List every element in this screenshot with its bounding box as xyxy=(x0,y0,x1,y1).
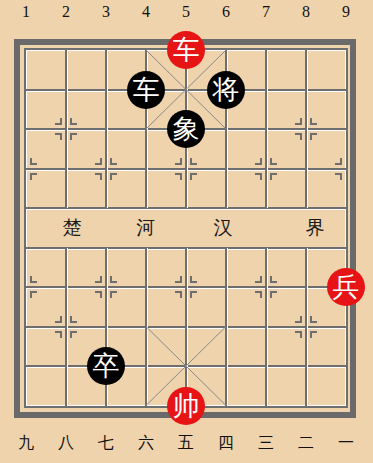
piece-black-chariot[interactable]: 车 xyxy=(127,71,165,109)
position-marker xyxy=(95,173,102,180)
position-marker xyxy=(30,276,37,283)
file-label-top-8: 8 xyxy=(295,3,317,21)
position-marker xyxy=(295,316,302,323)
position-marker xyxy=(270,291,277,298)
position-marker xyxy=(310,331,317,338)
piece-red-chariot[interactable]: 车 xyxy=(167,31,205,69)
position-marker xyxy=(270,276,277,283)
position-marker xyxy=(190,158,197,165)
position-marker xyxy=(70,118,77,125)
file-label-bottom-3: 七 xyxy=(95,433,117,454)
position-marker xyxy=(175,173,182,180)
position-marker xyxy=(55,118,62,125)
position-marker xyxy=(190,173,197,180)
position-marker xyxy=(55,316,62,323)
file-label-bottom-1: 九 xyxy=(15,433,37,454)
position-marker xyxy=(55,133,62,140)
grid-vline xyxy=(305,248,307,406)
river-char-4: 界 xyxy=(302,217,328,239)
position-marker xyxy=(110,158,117,165)
grid-vline xyxy=(105,50,107,208)
position-marker xyxy=(270,173,277,180)
position-marker xyxy=(70,316,77,323)
position-marker xyxy=(310,316,317,323)
position-marker xyxy=(255,291,262,298)
position-marker xyxy=(190,291,197,298)
position-marker xyxy=(175,291,182,298)
river-char-2: 河 xyxy=(133,217,159,239)
grid-vline xyxy=(305,50,307,208)
position-marker xyxy=(255,173,262,180)
river-char-1: 楚 xyxy=(59,217,85,239)
position-marker xyxy=(30,158,37,165)
position-marker xyxy=(110,173,117,180)
file-label-bottom-2: 八 xyxy=(55,433,77,454)
piece-black-soldier[interactable]: 卒 xyxy=(87,347,125,385)
file-label-top-6: 6 xyxy=(215,3,237,21)
position-marker xyxy=(310,118,317,125)
file-label-bottom-7: 三 xyxy=(255,433,277,454)
file-label-bottom-4: 六 xyxy=(135,433,157,454)
piece-black-general[interactable]: 将 xyxy=(207,71,245,109)
position-marker xyxy=(30,291,37,298)
grid-vline xyxy=(265,50,267,208)
position-marker xyxy=(295,331,302,338)
position-marker xyxy=(110,276,117,283)
piece-black-elephant[interactable]: 象 xyxy=(167,110,205,148)
position-marker xyxy=(55,331,62,338)
position-marker xyxy=(70,331,77,338)
grid-vline xyxy=(265,248,267,406)
file-label-bottom-8: 二 xyxy=(295,433,317,454)
file-label-bottom-6: 四 xyxy=(215,433,237,454)
piece-red-general[interactable]: 帅 xyxy=(167,387,205,425)
position-marker xyxy=(30,173,37,180)
position-marker xyxy=(295,118,302,125)
position-marker xyxy=(335,173,342,180)
position-marker xyxy=(110,291,117,298)
position-marker xyxy=(255,158,262,165)
file-label-bottom-5: 五 xyxy=(175,433,197,454)
piece-red-soldier[interactable]: 兵 xyxy=(327,268,365,306)
position-marker xyxy=(175,276,182,283)
file-label-top-1: 1 xyxy=(15,3,37,21)
xiangqi-board-screen: 123456789 楚河汉界 车车将象兵卒帅 九八七六五四三二一 xyxy=(0,0,373,463)
position-marker xyxy=(270,158,277,165)
grid-vline xyxy=(185,248,187,406)
position-marker xyxy=(95,291,102,298)
grid-vline xyxy=(145,248,147,406)
file-label-top-5: 5 xyxy=(175,3,197,21)
grid-vline xyxy=(225,248,227,406)
position-marker xyxy=(310,133,317,140)
river-char-3: 汉 xyxy=(210,217,236,239)
position-marker xyxy=(95,158,102,165)
position-marker xyxy=(70,133,77,140)
position-marker xyxy=(95,276,102,283)
file-label-top-4: 4 xyxy=(135,3,157,21)
file-label-top-2: 2 xyxy=(55,3,77,21)
grid-vline xyxy=(65,50,67,208)
grid-vline xyxy=(65,248,67,406)
position-marker xyxy=(295,133,302,140)
position-marker xyxy=(190,276,197,283)
position-marker xyxy=(255,276,262,283)
position-marker xyxy=(335,158,342,165)
file-label-top-7: 7 xyxy=(255,3,277,21)
file-label-top-3: 3 xyxy=(95,3,117,21)
position-marker xyxy=(175,158,182,165)
file-label-top-9: 9 xyxy=(335,3,357,21)
file-label-bottom-9: 一 xyxy=(335,433,357,454)
